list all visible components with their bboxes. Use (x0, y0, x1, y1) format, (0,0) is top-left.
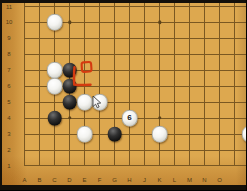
grid-line-col-B (39, 3, 40, 167)
stone-white-E3 (76, 126, 93, 143)
row-label-11: 11 (6, 4, 12, 10)
row-label-3: 3 (7, 131, 10, 137)
column-label-N: N (202, 177, 206, 183)
go-board[interactable]: 1110987654321 ABCDEFGHJKLMNO 6 (0, 0, 246, 190)
stone-black-C4 (47, 111, 62, 126)
grid-line-col-F (99, 3, 100, 167)
row-label-2: 2 (7, 147, 10, 153)
column-label-O: O (217, 177, 222, 183)
grid-line-row-9 (24, 38, 247, 39)
grid-line-col-O (219, 3, 220, 167)
column-label-C: C (52, 177, 56, 183)
window-edge-left (0, 0, 2, 190)
move-number-label: 6 (127, 113, 131, 122)
stone-white-C6 (46, 78, 63, 95)
row-label-7: 7 (7, 67, 10, 73)
stone-black-D5 (62, 95, 77, 110)
row-label-9: 9 (7, 35, 10, 41)
star-point-K10 (158, 21, 161, 24)
column-label-K: K (157, 177, 161, 183)
red-annotation-layer (0, 0, 246, 190)
window-edge-bottom (0, 185, 246, 191)
grid-line-row-8 (24, 54, 247, 55)
grid-line-row-2 (24, 150, 247, 151)
row-label-1: 1 (7, 163, 10, 169)
star-point-K4 (158, 116, 161, 119)
row-label-6: 6 (7, 83, 10, 89)
grid-line-col-J (144, 3, 145, 167)
column-label-M: M (187, 177, 192, 183)
stone-white-Q3 (241, 126, 246, 143)
grid-line-row-5 (24, 102, 247, 103)
grid-line-col-A (24, 3, 25, 167)
star-point-D10 (68, 21, 71, 24)
row-label-8: 8 (7, 51, 10, 57)
mouse-cursor-icon (0, 0, 246, 190)
column-label-B: B (37, 177, 41, 183)
column-label-D: D (67, 177, 71, 183)
stone-black-G3 (107, 127, 122, 142)
column-label-J: J (143, 177, 146, 183)
column-label-L: L (173, 177, 176, 183)
grid-line-row-3 (24, 134, 247, 135)
column-label-A: A (22, 177, 26, 183)
stone-black-D7 (62, 63, 77, 78)
row-label-10: 10 (6, 19, 13, 25)
column-label-H: H (127, 177, 131, 183)
stone-white-C10 (46, 14, 63, 31)
grid-line-col-H (129, 3, 130, 167)
stone-white-K3 (151, 126, 168, 143)
grid-line-col-G (114, 3, 115, 167)
column-label-E: E (82, 177, 86, 183)
row-label-5: 5 (7, 99, 10, 105)
grid-line-col-L (174, 3, 175, 167)
column-label-G: G (112, 177, 117, 183)
go-app-screenshot: 1110987654321 ABCDEFGHJKLMNO 6 (0, 0, 246, 190)
grid-line-row-11 (24, 6, 247, 7)
grid-line-row-1 (24, 165, 247, 166)
stone-white-C7 (46, 62, 63, 79)
window-edge-top (0, 0, 246, 3)
stone-white-F5 (91, 94, 108, 111)
column-label-F: F (98, 177, 102, 183)
grid-line-col-N (204, 3, 205, 167)
stone-white-H4: 6 (121, 110, 138, 127)
stone-black-D6 (62, 79, 77, 94)
grid-line-col-M (189, 3, 190, 167)
row-label-4: 4 (7, 115, 10, 121)
grid-line-col-P (234, 3, 235, 167)
star-point-D4 (68, 116, 71, 119)
